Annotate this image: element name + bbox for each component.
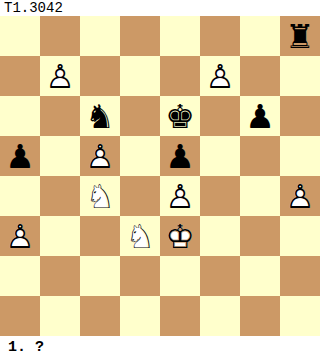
piece-black-pawn[interactable]: ♟ bbox=[0, 136, 40, 176]
square-e6[interactable]: ♚ bbox=[160, 96, 200, 136]
square-c4[interactable]: ♞♘ bbox=[80, 176, 120, 216]
square-a5[interactable]: ♟ bbox=[0, 136, 40, 176]
square-b3[interactable] bbox=[40, 216, 80, 256]
square-h6[interactable] bbox=[280, 96, 320, 136]
square-b1[interactable] bbox=[40, 296, 80, 336]
square-f7[interactable]: ♟♙ bbox=[200, 56, 240, 96]
piece-black-rook[interactable]: ♜ bbox=[280, 16, 320, 56]
piece-white-pawn[interactable]: ♙ bbox=[200, 56, 240, 96]
piece-white-pawn[interactable]: ♙ bbox=[80, 136, 120, 176]
square-b2[interactable] bbox=[40, 256, 80, 296]
move-prompt: 1. ? bbox=[8, 336, 44, 360]
square-c7[interactable] bbox=[80, 56, 120, 96]
square-c3[interactable] bbox=[80, 216, 120, 256]
square-f8[interactable] bbox=[200, 16, 240, 56]
square-g4[interactable] bbox=[240, 176, 280, 216]
square-b7[interactable]: ♟♙ bbox=[40, 56, 80, 96]
square-a2[interactable] bbox=[0, 256, 40, 296]
square-e2[interactable] bbox=[160, 256, 200, 296]
square-a8[interactable] bbox=[0, 16, 40, 56]
square-h3[interactable] bbox=[280, 216, 320, 256]
square-g8[interactable] bbox=[240, 16, 280, 56]
square-d1[interactable] bbox=[120, 296, 160, 336]
square-h2[interactable] bbox=[280, 256, 320, 296]
square-d8[interactable] bbox=[120, 16, 160, 56]
square-d7[interactable] bbox=[120, 56, 160, 96]
square-e8[interactable] bbox=[160, 16, 200, 56]
square-a3[interactable]: ♟♙ bbox=[0, 216, 40, 256]
square-h5[interactable] bbox=[280, 136, 320, 176]
square-g2[interactable] bbox=[240, 256, 280, 296]
square-h4[interactable]: ♟♙ bbox=[280, 176, 320, 216]
square-d2[interactable] bbox=[120, 256, 160, 296]
square-f6[interactable] bbox=[200, 96, 240, 136]
piece-white-knight[interactable]: ♘ bbox=[80, 176, 120, 216]
square-a6[interactable] bbox=[0, 96, 40, 136]
square-e5[interactable]: ♟ bbox=[160, 136, 200, 176]
square-f3[interactable] bbox=[200, 216, 240, 256]
chess-puzzle-page: T1.3042 ♜♟♙♟♙♞♚♟♟♟♙♟♞♘♟♙♟♙♟♙♞♘♚♔ 1. ? bbox=[0, 0, 320, 360]
piece-white-knight[interactable]: ♘ bbox=[120, 216, 160, 256]
piece-white-pawn[interactable]: ♙ bbox=[160, 176, 200, 216]
square-g3[interactable] bbox=[240, 216, 280, 256]
square-e1[interactable] bbox=[160, 296, 200, 336]
square-d5[interactable] bbox=[120, 136, 160, 176]
piece-white-pawn[interactable]: ♙ bbox=[0, 216, 40, 256]
square-f1[interactable] bbox=[200, 296, 240, 336]
square-b6[interactable] bbox=[40, 96, 80, 136]
square-b5[interactable] bbox=[40, 136, 80, 176]
square-a4[interactable] bbox=[0, 176, 40, 216]
square-d4[interactable] bbox=[120, 176, 160, 216]
square-d6[interactable] bbox=[120, 96, 160, 136]
square-c8[interactable] bbox=[80, 16, 120, 56]
square-e7[interactable] bbox=[160, 56, 200, 96]
square-f5[interactable] bbox=[200, 136, 240, 176]
square-h7[interactable] bbox=[280, 56, 320, 96]
piece-white-pawn[interactable]: ♙ bbox=[40, 56, 80, 96]
piece-white-king[interactable]: ♔ bbox=[160, 216, 200, 256]
square-f4[interactable] bbox=[200, 176, 240, 216]
square-f2[interactable] bbox=[200, 256, 240, 296]
square-e4[interactable]: ♟♙ bbox=[160, 176, 200, 216]
square-c2[interactable] bbox=[80, 256, 120, 296]
square-g7[interactable] bbox=[240, 56, 280, 96]
square-c5[interactable]: ♟♙ bbox=[80, 136, 120, 176]
square-b4[interactable] bbox=[40, 176, 80, 216]
square-c6[interactable]: ♞ bbox=[80, 96, 120, 136]
puzzle-id: T1.3042 bbox=[4, 0, 63, 16]
square-b8[interactable] bbox=[40, 16, 80, 56]
square-c1[interactable] bbox=[80, 296, 120, 336]
square-g6[interactable]: ♟ bbox=[240, 96, 280, 136]
piece-white-pawn[interactable]: ♙ bbox=[280, 176, 320, 216]
square-g1[interactable] bbox=[240, 296, 280, 336]
square-a7[interactable] bbox=[0, 56, 40, 96]
square-h1[interactable] bbox=[280, 296, 320, 336]
piece-black-pawn[interactable]: ♟ bbox=[160, 136, 200, 176]
piece-black-pawn[interactable]: ♟ bbox=[240, 96, 280, 136]
square-g5[interactable] bbox=[240, 136, 280, 176]
square-e3[interactable]: ♚♔ bbox=[160, 216, 200, 256]
piece-black-knight[interactable]: ♞ bbox=[80, 96, 120, 136]
square-h8[interactable]: ♜ bbox=[280, 16, 320, 56]
square-d3[interactable]: ♞♘ bbox=[120, 216, 160, 256]
chess-board: ♜♟♙♟♙♞♚♟♟♟♙♟♞♘♟♙♟♙♟♙♞♘♚♔ bbox=[0, 16, 320, 336]
square-a1[interactable] bbox=[0, 296, 40, 336]
piece-black-king[interactable]: ♚ bbox=[160, 96, 200, 136]
